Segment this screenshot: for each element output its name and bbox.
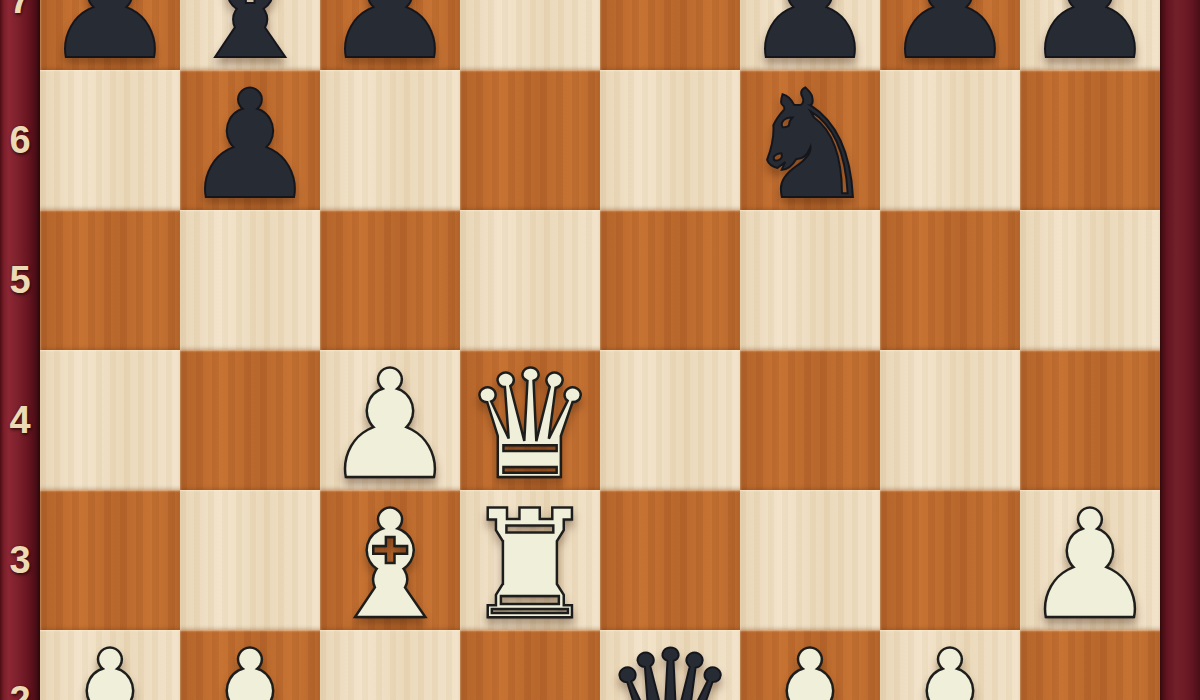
square-c7[interactable]: ♟ [320, 0, 460, 70]
square-d6[interactable] [460, 70, 600, 210]
rank-label-6: 6 [0, 121, 40, 159]
square-b3[interactable] [180, 490, 320, 630]
square-a2[interactable]: ♟ [40, 630, 180, 700]
chess-board: ♟♝♟♟♟♟♟♞♟♛♝♜♟♟♟♛♟♟ [40, 0, 1160, 700]
rank-label-5: 5 [0, 261, 40, 299]
square-h3[interactable]: ♟ [1020, 490, 1160, 630]
square-c6[interactable] [320, 70, 460, 210]
square-c3[interactable]: ♝ [320, 490, 460, 630]
white-pawn: ♟ [1023, 495, 1157, 635]
square-a3[interactable] [40, 490, 180, 630]
square-a7[interactable]: ♟ [40, 0, 180, 70]
square-b4[interactable] [180, 350, 320, 490]
square-b6[interactable]: ♟ [180, 70, 320, 210]
square-c4[interactable]: ♟ [320, 350, 460, 490]
square-h5[interactable] [1020, 210, 1160, 350]
black-queen: ♛ [603, 635, 737, 700]
rank-label-7: 7 [0, 0, 40, 19]
square-f2[interactable]: ♟ [740, 630, 880, 700]
rank-label-3: 3 [0, 541, 40, 579]
square-f4[interactable] [740, 350, 880, 490]
black-pawn: ♟ [1023, 0, 1157, 75]
square-d4[interactable]: ♛ [460, 350, 600, 490]
white-pawn: ♟ [43, 635, 177, 700]
rank-label-2: 2 [0, 681, 40, 700]
black-pawn: ♟ [323, 0, 457, 75]
board-frame-left: 765432 [0, 0, 40, 700]
black-pawn: ♟ [43, 0, 177, 75]
black-pawn: ♟ [183, 75, 317, 215]
square-a6[interactable] [40, 70, 180, 210]
square-h4[interactable] [1020, 350, 1160, 490]
square-e5[interactable] [600, 210, 740, 350]
square-c5[interactable] [320, 210, 460, 350]
white-pawn: ♟ [883, 635, 1017, 700]
square-g2[interactable]: ♟ [880, 630, 1020, 700]
square-a4[interactable] [40, 350, 180, 490]
square-f6[interactable]: ♞ [740, 70, 880, 210]
rank-label-4: 4 [0, 401, 40, 439]
square-g6[interactable] [880, 70, 1020, 210]
white-pawn: ♟ [183, 635, 317, 700]
white-pawn: ♟ [743, 635, 877, 700]
white-queen: ♛ [463, 355, 597, 495]
square-g3[interactable] [880, 490, 1020, 630]
square-d2[interactable] [460, 630, 600, 700]
square-d5[interactable] [460, 210, 600, 350]
square-b2[interactable]: ♟ [180, 630, 320, 700]
square-h6[interactable] [1020, 70, 1160, 210]
white-bishop: ♝ [323, 495, 457, 635]
square-g4[interactable] [880, 350, 1020, 490]
square-e2[interactable]: ♛ [600, 630, 740, 700]
square-d3[interactable]: ♜ [460, 490, 600, 630]
square-g5[interactable] [880, 210, 1020, 350]
square-e7[interactable] [600, 0, 740, 70]
black-pawn: ♟ [883, 0, 1017, 75]
square-c2[interactable] [320, 630, 460, 700]
white-pawn: ♟ [323, 355, 457, 495]
square-e6[interactable] [600, 70, 740, 210]
square-h7[interactable]: ♟ [1020, 0, 1160, 70]
square-e4[interactable] [600, 350, 740, 490]
square-a5[interactable] [40, 210, 180, 350]
board-frame-right [1160, 0, 1200, 700]
white-rook: ♜ [463, 495, 597, 635]
black-knight: ♞ [743, 75, 877, 215]
square-f3[interactable] [740, 490, 880, 630]
square-b5[interactable] [180, 210, 320, 350]
square-d7[interactable] [460, 0, 600, 70]
chess-diagram: ♟♝♟♟♟♟♟♞♟♛♝♜♟♟♟♛♟♟ 765432 [0, 0, 1200, 700]
square-g7[interactable]: ♟ [880, 0, 1020, 70]
square-e3[interactable] [600, 490, 740, 630]
square-h2[interactable] [1020, 630, 1160, 700]
square-f5[interactable] [740, 210, 880, 350]
